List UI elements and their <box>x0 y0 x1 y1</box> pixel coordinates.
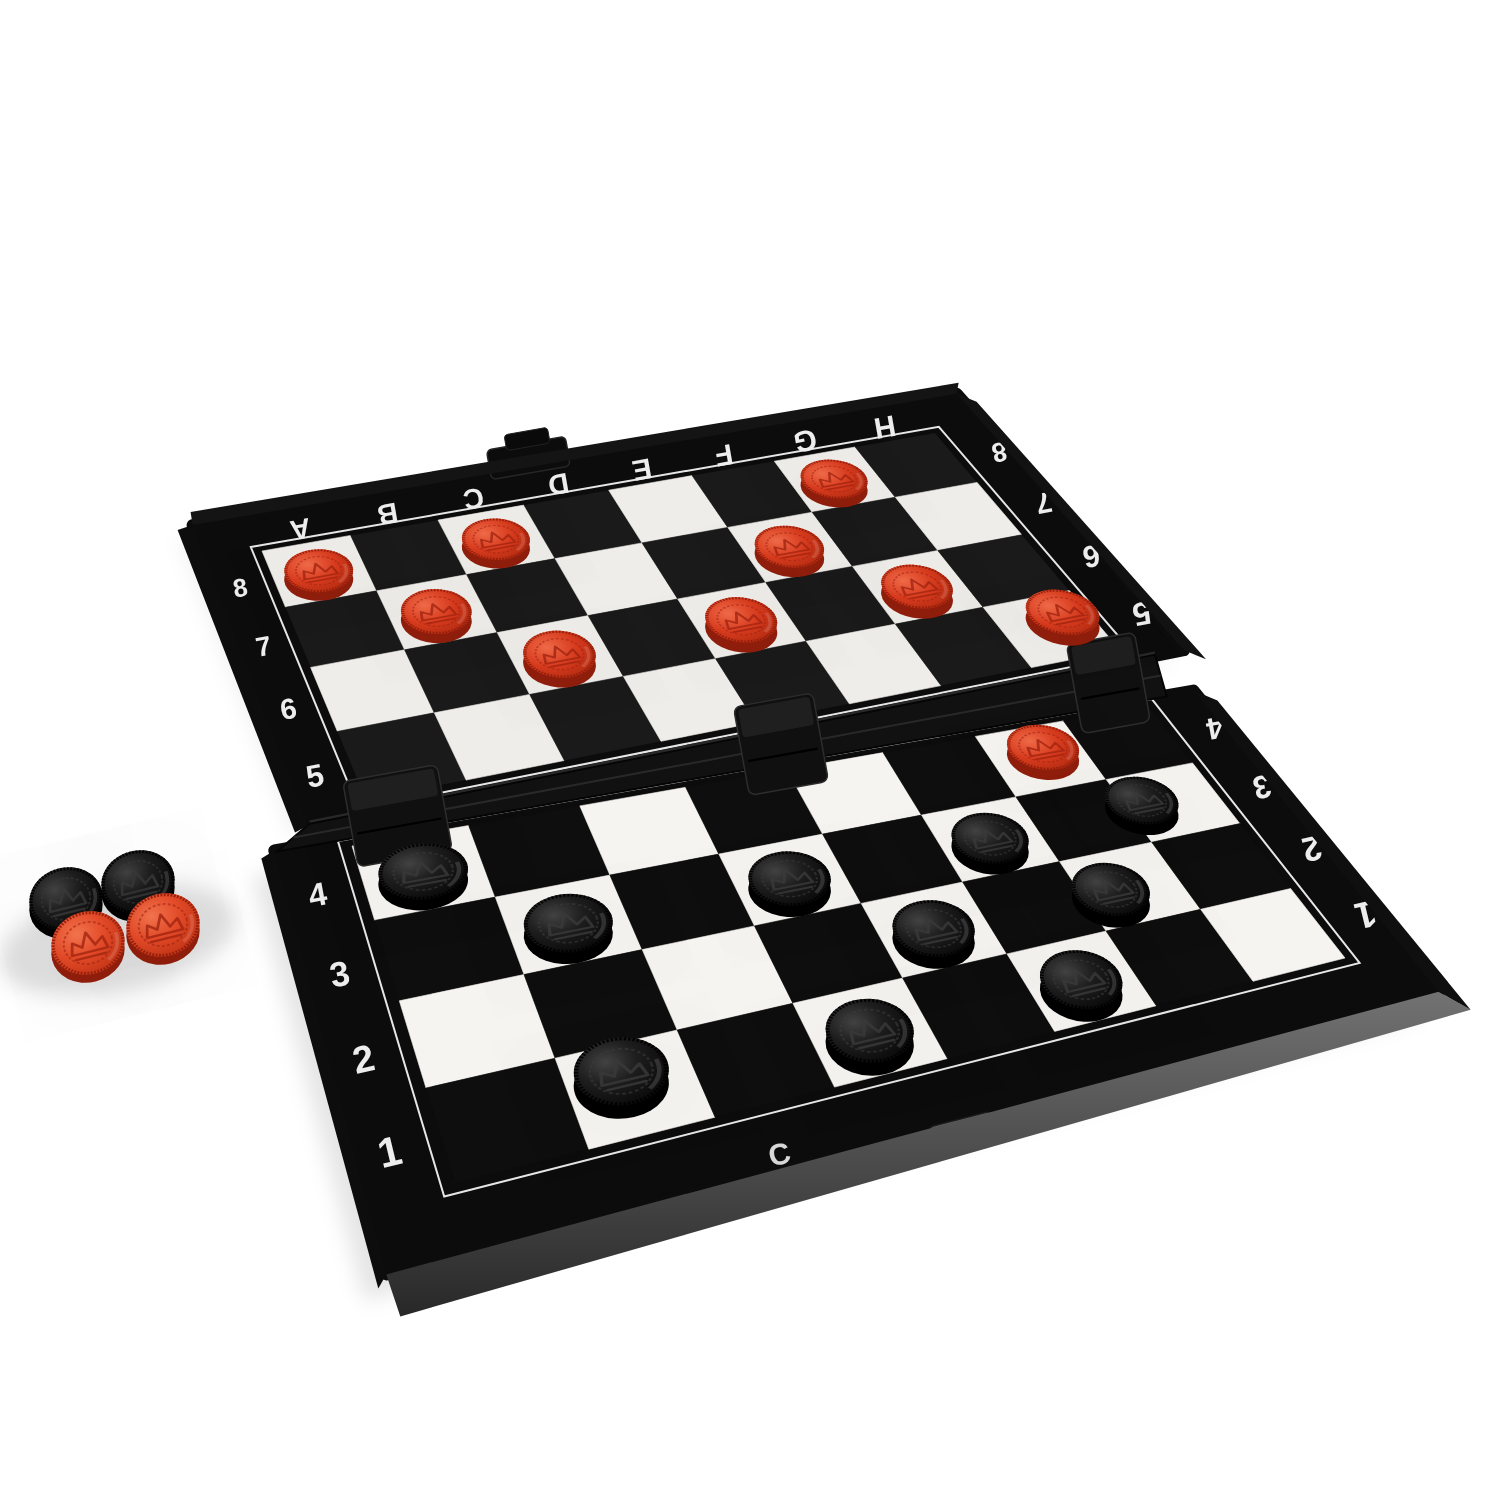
photo-stage: 88776655ABCDEFGH44332211C <box>0 0 1500 1500</box>
hinge-clip-2 <box>733 693 828 796</box>
travel-checkers-board-photo: 88776655ABCDEFGH44332211C <box>0 0 1500 1500</box>
